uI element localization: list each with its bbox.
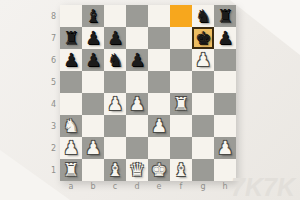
square-f2[interactable] (170, 137, 192, 159)
square-e1[interactable]: ♚ (148, 159, 170, 181)
piece-black-rook[interactable]: ♜ (63, 27, 79, 49)
square-d5[interactable] (126, 71, 148, 93)
watermark-7k7k: 7K7K (231, 173, 295, 200)
square-a6[interactable]: ♟ (60, 49, 82, 71)
square-a1[interactable]: ♜ (60, 159, 82, 181)
square-f4[interactable]: ♜ (170, 93, 192, 115)
square-g2[interactable] (192, 137, 214, 159)
file-label-b: b (82, 182, 104, 194)
piece-black-rook[interactable]: ♜ (217, 5, 233, 27)
square-d4[interactable]: ♟ (126, 93, 148, 115)
file-label-e: e (148, 182, 170, 194)
square-e7[interactable] (148, 27, 170, 49)
piece-white-pawn[interactable]: ♟ (129, 93, 145, 115)
square-f6[interactable] (170, 49, 192, 71)
piece-white-rook[interactable]: ♜ (63, 159, 79, 181)
square-h3[interactable] (214, 115, 236, 137)
piece-black-king[interactable]: ♚ (195, 27, 211, 49)
square-b1[interactable] (82, 159, 104, 181)
file-label-f: f (170, 182, 192, 194)
piece-white-queen[interactable]: ♛ (129, 159, 145, 181)
rank-label-7: 7 (46, 27, 58, 49)
rank-label-5: 5 (46, 71, 58, 93)
square-e2[interactable] (148, 137, 170, 159)
square-e4[interactable] (148, 93, 170, 115)
square-c8[interactable] (104, 5, 126, 27)
square-a4[interactable] (60, 93, 82, 115)
square-f1[interactable]: ♝ (170, 159, 192, 181)
piece-white-bishop[interactable]: ♝ (173, 159, 189, 181)
square-h4[interactable] (214, 93, 236, 115)
square-g3[interactable] (192, 115, 214, 137)
piece-white-pawn[interactable]: ♟ (217, 137, 233, 159)
square-a2[interactable]: ♟ (60, 137, 82, 159)
square-b2[interactable]: ♟ (82, 137, 104, 159)
square-a8[interactable] (60, 5, 82, 27)
chess-board[interactable]: ♝♞♜♜♟♟♚♟♟♟♞♟♟♟♟♜♞♟♟♟♟♜♝♛♚♝ (60, 5, 236, 181)
piece-black-pawn[interactable]: ♟ (129, 49, 145, 71)
file-label-g: g (192, 182, 214, 194)
piece-white-knight[interactable]: ♞ (63, 115, 79, 137)
square-e8[interactable] (148, 5, 170, 27)
square-c3[interactable] (104, 115, 126, 137)
square-h8[interactable]: ♜ (214, 5, 236, 27)
piece-white-pawn[interactable]: ♟ (107, 93, 123, 115)
rank-label-8: 8 (46, 5, 58, 27)
square-b4[interactable] (82, 93, 104, 115)
square-g8[interactable]: ♞ (192, 5, 214, 27)
square-c6[interactable]: ♞ (104, 49, 126, 71)
square-d2[interactable] (126, 137, 148, 159)
piece-white-pawn[interactable]: ♟ (85, 137, 101, 159)
piece-black-knight[interactable]: ♞ (195, 5, 211, 27)
square-g1[interactable] (192, 159, 214, 181)
rank-label-2: 2 (46, 137, 58, 159)
square-b3[interactable] (82, 115, 104, 137)
square-f7[interactable] (170, 27, 192, 49)
rank-label-6: 6 (46, 49, 58, 71)
game-screen: 87654321 ♝♞♜♜♟♟♚♟♟♟♞♟♟♟♟♜♞♟♟♟♟♜♝♛♚♝ abcd… (0, 0, 300, 200)
piece-white-pawn[interactable]: ♟ (151, 115, 167, 137)
square-h6[interactable] (214, 49, 236, 71)
square-e5[interactable] (148, 71, 170, 93)
square-d7[interactable] (126, 27, 148, 49)
square-a7[interactable]: ♜ (60, 27, 82, 49)
square-b5[interactable] (82, 71, 104, 93)
square-g6[interactable]: ♟ (192, 49, 214, 71)
square-d8[interactable] (126, 5, 148, 27)
square-c2[interactable] (104, 137, 126, 159)
file-label-a: a (60, 182, 82, 194)
piece-white-king[interactable]: ♚ (151, 159, 167, 181)
rank-label-1: 1 (46, 159, 58, 181)
square-d6[interactable]: ♟ (126, 49, 148, 71)
piece-white-bishop[interactable]: ♝ (107, 159, 123, 181)
piece-black-pawn[interactable]: ♟ (217, 27, 233, 49)
piece-black-pawn[interactable]: ♟ (107, 27, 123, 49)
square-c4[interactable]: ♟ (104, 93, 126, 115)
square-h2[interactable]: ♟ (214, 137, 236, 159)
piece-black-pawn[interactable]: ♟ (85, 49, 101, 71)
square-b6[interactable]: ♟ (82, 49, 104, 71)
square-f5[interactable] (170, 71, 192, 93)
piece-white-rook[interactable]: ♜ (173, 93, 189, 115)
file-labels: abcdefgh (60, 182, 236, 194)
square-g7[interactable]: ♚ (192, 27, 214, 49)
square-b8[interactable]: ♝ (82, 5, 104, 27)
square-c7[interactable]: ♟ (104, 27, 126, 49)
square-a3[interactable]: ♞ (60, 115, 82, 137)
square-g4[interactable] (192, 93, 214, 115)
square-a5[interactable] (60, 71, 82, 93)
rank-label-3: 3 (46, 115, 58, 137)
piece-black-knight[interactable]: ♞ (107, 49, 123, 71)
rank-labels: 87654321 (46, 5, 58, 181)
piece-white-pawn[interactable]: ♟ (195, 49, 211, 71)
square-h5[interactable] (214, 71, 236, 93)
square-e6[interactable] (148, 49, 170, 71)
square-b7[interactable]: ♟ (82, 27, 104, 49)
square-c1[interactable]: ♝ (104, 159, 126, 181)
square-g5[interactable] (192, 71, 214, 93)
square-f3[interactable] (170, 115, 192, 137)
file-label-d: d (126, 182, 148, 194)
background-wedge-top-right (230, 0, 300, 55)
square-d1[interactable]: ♛ (126, 159, 148, 181)
square-e3[interactable]: ♟ (148, 115, 170, 137)
rank-label-4: 4 (46, 93, 58, 115)
piece-white-pawn[interactable]: ♟ (63, 137, 79, 159)
piece-black-pawn[interactable]: ♟ (63, 49, 79, 71)
piece-black-pawn[interactable]: ♟ (85, 27, 101, 49)
piece-black-bishop[interactable]: ♝ (85, 5, 101, 27)
square-c5[interactable] (104, 71, 126, 93)
square-h7[interactable]: ♟ (214, 27, 236, 49)
file-label-c: c (104, 182, 126, 194)
square-d3[interactable] (126, 115, 148, 137)
square-f8[interactable] (170, 5, 192, 27)
